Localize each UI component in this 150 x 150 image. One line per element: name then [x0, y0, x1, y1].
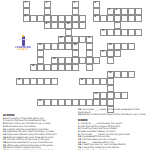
- clue-number: 3: [73, 2, 75, 4]
- grid-cell-r9c8[interactable]: [72, 64, 79, 71]
- clue-number: 13: [87, 37, 90, 39]
- grid-cell-r6c7[interactable]: [65, 43, 72, 50]
- clue-number: 16: [108, 44, 111, 46]
- grid-cell-r2c17[interactable]: [135, 15, 142, 22]
- clue-number: 23: [94, 93, 97, 95]
- grid-cell-r4c16[interactable]: [128, 29, 135, 36]
- grid-cell-r9c3[interactable]: [37, 64, 44, 71]
- grid-cell-r0c8[interactable]: 3: [72, 1, 79, 8]
- grid-cell-r7c10[interactable]: [86, 50, 93, 57]
- grid-cell-r8c5[interactable]: 18: [51, 57, 58, 64]
- grid-cell-r11c11[interactable]: [93, 78, 100, 85]
- grid-cell-r1c1[interactable]: [23, 8, 30, 15]
- grid-cell-r13c14[interactable]: [114, 92, 121, 99]
- grid-cell-r7c14[interactable]: [114, 50, 121, 57]
- grid-cell-r4c14[interactable]: [114, 29, 121, 36]
- grid-cell-r14c7[interactable]: [65, 99, 72, 106]
- grid-cell-r3c7[interactable]: 10: [65, 22, 72, 29]
- grid-cell-r5c8[interactable]: [72, 36, 79, 43]
- grid-cell-r11c2[interactable]: [30, 78, 37, 85]
- clue-number: 18: [52, 58, 55, 60]
- clue-number: 5: [108, 9, 110, 11]
- grid-cell-r9c10[interactable]: [86, 64, 93, 71]
- grid-cell-r3c6[interactable]: [58, 22, 65, 29]
- grid-cell-r6c6[interactable]: [58, 43, 65, 50]
- grid-cell-r3c8[interactable]: [72, 22, 79, 29]
- clue-number: 21: [17, 79, 20, 81]
- grid-cell-r6c15[interactable]: [121, 43, 128, 50]
- clue-number: 15: [73, 44, 76, 46]
- grid-cell-r2c15[interactable]: [121, 15, 128, 22]
- grid-cell-r1c11[interactable]: [93, 8, 100, 15]
- clue-number: 1: [24, 2, 26, 4]
- across-clues: ACROSS 5 Host country of the 2022 World …: [3, 114, 74, 150]
- grid-cell-r8c7[interactable]: [65, 57, 72, 64]
- clue-number: 12: [59, 37, 62, 39]
- grid-cell-r5c10[interactable]: 13: [86, 36, 93, 43]
- across-clues-list: 5 Host country of the 2022 World Cup7 Co…: [3, 118, 74, 150]
- grid-cell-r6c5[interactable]: [51, 43, 58, 50]
- grid-cell-r8c11[interactable]: [93, 57, 100, 64]
- grid-cell-r2c11[interactable]: 8: [93, 15, 100, 22]
- grid-cell-r1c4[interactable]: [44, 8, 51, 15]
- grid-cell-r7c13[interactable]: [107, 50, 114, 57]
- logo-text-line2: STREET: [12, 49, 34, 51]
- clue-number: 4: [94, 2, 96, 4]
- grid-cell-r9c5[interactable]: [51, 64, 58, 71]
- clue-number: 14: [38, 44, 41, 46]
- grid-cell-r2c3[interactable]: [37, 15, 44, 22]
- across-clues-continued: 23 The Golden ____ award, for the best g…: [78, 109, 148, 117]
- grid-cell-r7c8[interactable]: [72, 50, 79, 57]
- grid-cell-r14c10[interactable]: [86, 99, 93, 106]
- grid-cell-r1c17[interactable]: [135, 8, 142, 15]
- grid-cell-r2c12[interactable]: [100, 15, 107, 22]
- grid-cell-r11c4[interactable]: [44, 78, 51, 85]
- grid-cell-r6c16[interactable]: [128, 43, 135, 50]
- grid-cell-r0c1[interactable]: 1: [23, 1, 30, 8]
- grid-cell-r14c8[interactable]: [72, 99, 79, 106]
- grid-cell-r10c16[interactable]: [128, 71, 135, 78]
- grid-cell-r6c10[interactable]: [86, 43, 93, 50]
- clue-number: 8: [94, 16, 96, 18]
- grid-cell-r2c2[interactable]: [30, 15, 37, 22]
- grid-cell-r11c1[interactable]: [23, 78, 30, 85]
- grid-cell-r6c14[interactable]: [114, 43, 121, 50]
- clue-number: 6: [115, 9, 117, 11]
- clue-number: 11: [101, 30, 104, 32]
- grid-cell-r2c4[interactable]: [44, 15, 51, 22]
- clue-number: 19: [31, 65, 34, 67]
- clue-number: 7: [24, 16, 26, 18]
- grid-cell-r2c14[interactable]: [114, 15, 121, 22]
- clue-number: 17: [101, 51, 104, 53]
- grid-cell-r13c11[interactable]: 23: [93, 92, 100, 99]
- grid-cell-r2c5[interactable]: [51, 15, 58, 22]
- grid-cell-r11c9[interactable]: 22: [79, 78, 86, 85]
- grid-cell-r6c3[interactable]: 14: [37, 43, 44, 50]
- grid-cell-r14c9[interactable]: [79, 99, 86, 106]
- site-logo: LEARNING STREET: [12, 36, 34, 52]
- grid-cell-r2c6[interactable]: [58, 15, 65, 22]
- grid-cell-r4c13[interactable]: [107, 29, 114, 36]
- grid-cell-r2c16[interactable]: [128, 15, 135, 22]
- grid-cell-r2c9[interactable]: [79, 15, 86, 22]
- grid-cell-r2c8[interactable]: [72, 15, 79, 22]
- grid-cell-r3c9[interactable]: [79, 22, 86, 29]
- grid-cell-r7c3[interactable]: [37, 50, 44, 57]
- grid-cell-r13c12[interactable]: [100, 92, 107, 99]
- grid-cell-r2c1[interactable]: 7: [23, 15, 30, 22]
- right-clues-column: 23 The Golden ____ award, for the best g…: [78, 109, 148, 150]
- across-clue-24: 24 Number of teams that played at the fi…: [78, 114, 148, 117]
- grid-cell-r14c12[interactable]: [100, 99, 107, 106]
- grid-cell-r11c13[interactable]: [107, 78, 114, 85]
- grid-cell-r14c3[interactable]: 24: [37, 99, 44, 106]
- grid-cell-r14c6[interactable]: [58, 99, 65, 106]
- clue-number: 10: [66, 23, 69, 25]
- grid-cell-r6c4[interactable]: [44, 43, 51, 50]
- grid-cell-r1c13[interactable]: 5: [107, 8, 114, 15]
- grid-cell-r8c10[interactable]: [86, 57, 93, 64]
- grid-cell-r10c14[interactable]: [114, 71, 121, 78]
- grid-cell-r6c13[interactable]: 16: [107, 43, 114, 50]
- grid-cell-r3c14[interactable]: [114, 22, 121, 29]
- grid-cell-r9c4[interactable]: [44, 64, 51, 71]
- grid-cell-r3c5[interactable]: [51, 22, 58, 29]
- grid-cell-r5c6[interactable]: 12: [58, 36, 65, 43]
- grid-cell-r5c7[interactable]: [65, 36, 72, 43]
- clue-number: 22: [80, 79, 83, 81]
- clue-number: 20: [108, 72, 111, 74]
- grid-cell-r5c9[interactable]: [79, 36, 86, 43]
- grid-cell-r14c5[interactable]: [51, 99, 58, 106]
- grid-cell-r13c15[interactable]: [121, 92, 128, 99]
- grid-cell-r4c15[interactable]: [121, 29, 128, 36]
- crayon-icon: [22, 36, 25, 46]
- grid-cell-r9c2[interactable]: 19: [30, 64, 37, 71]
- grid-cell-r13c13[interactable]: [107, 92, 114, 99]
- grid-cell-r7c12[interactable]: 17: [100, 50, 107, 57]
- grid-cell-r8c13[interactable]: [107, 57, 114, 64]
- grid-cell-r10c13[interactable]: 20: [107, 71, 114, 78]
- grid-cell-r4c7[interactable]: [65, 29, 72, 36]
- grid-cell-r11c5[interactable]: [51, 78, 58, 85]
- grid-cell-r14c11[interactable]: [93, 99, 100, 106]
- grid-cell-r1c15[interactable]: [121, 8, 128, 15]
- down-clues-list: 1 The World ____ is held every four year…: [78, 123, 148, 150]
- grid-cell-r8c6[interactable]: [58, 57, 65, 64]
- grid-cell-r8c9[interactable]: [79, 57, 86, 64]
- grid-cell-r14c4[interactable]: [44, 99, 51, 106]
- grid-cell-r14c13[interactable]: [107, 99, 114, 106]
- grid-cell-r2c7[interactable]: [65, 15, 72, 22]
- grid-cell-r3c4[interactable]: 9: [44, 22, 51, 29]
- grid-cell-r11c12[interactable]: [100, 78, 107, 85]
- grid-cell-r1c8[interactable]: [72, 8, 79, 15]
- grid-cell-r0c4[interactable]: 2: [44, 1, 51, 8]
- grid-cell-r11c3[interactable]: [37, 78, 44, 85]
- grid-cell-r6c8[interactable]: 15: [72, 43, 79, 50]
- grid-cell-r8c3[interactable]: [37, 57, 44, 64]
- grid-cell-r4c12[interactable]: 11: [100, 29, 107, 36]
- crossword-grid: 123456789101112131415161718192021222324: [16, 1, 142, 113]
- grid-cell-r11c0[interactable]: 21: [16, 78, 23, 85]
- grid-cell-r9c6[interactable]: [58, 64, 65, 71]
- crossword-worksheet: 123456789101112131415161718192021222324 …: [0, 0, 150, 150]
- grid-cell-r8c8[interactable]: [72, 57, 79, 64]
- grid-cell-r12c13[interactable]: [107, 85, 114, 92]
- clue-number: 2: [45, 2, 47, 4]
- grid-cell-r2c13[interactable]: [107, 15, 114, 22]
- grid-cell-r1c14[interactable]: 6: [114, 8, 121, 15]
- grid-cell-r1c16[interactable]: [128, 8, 135, 15]
- clue-number: 9: [45, 23, 47, 25]
- grid-cell-r11c10[interactable]: [86, 78, 93, 85]
- grid-cell-r9c7[interactable]: [65, 64, 72, 71]
- clue-number: 24: [38, 100, 41, 102]
- grid-cell-r4c17[interactable]: [135, 29, 142, 36]
- grid-cell-r0c11[interactable]: 4: [93, 1, 100, 8]
- grid-cell-r10c15[interactable]: [121, 71, 128, 78]
